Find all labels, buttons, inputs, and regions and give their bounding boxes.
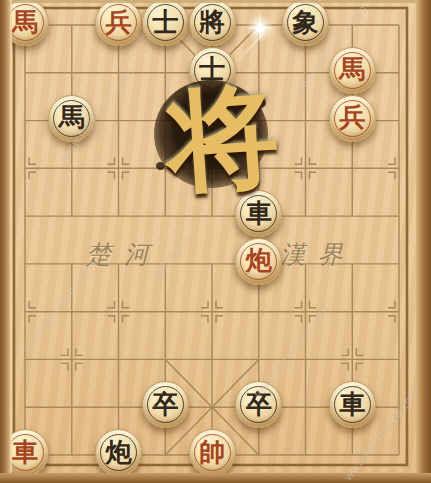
piece-black-cannon[interactable]: 炮: [95, 429, 142, 476]
piece-black-advisor[interactable]: 士: [189, 47, 236, 94]
piece-glyph: 將: [199, 9, 225, 35]
piece-glyph: 象: [293, 9, 319, 35]
piece-ring: [334, 100, 371, 137]
piece-ring: [7, 4, 44, 41]
piece-glyph: 車: [12, 439, 38, 465]
piece-ring: [100, 434, 137, 471]
piece-glyph: 卒: [246, 391, 272, 417]
piece-glyph: 帥: [199, 439, 225, 465]
piece-ring: [287, 4, 324, 41]
piece-glyph: 士: [152, 9, 178, 35]
piece-black-general[interactable]: 將: [189, 0, 236, 46]
piece-ring: [240, 243, 277, 280]
piece-ring: [334, 386, 371, 423]
piece-glyph: 兵: [339, 104, 365, 130]
piece-glyph: 馬: [59, 104, 85, 130]
piece-ring: [194, 4, 231, 41]
piece-glyph: 車: [339, 391, 365, 417]
piece-ring: [7, 434, 44, 471]
piece-glyph: 兵: [106, 9, 132, 35]
piece-red-pawn[interactable]: 兵: [329, 95, 376, 142]
river-label-han-jie: 漢界: [280, 238, 356, 271]
piece-black-elephant[interactable]: 象: [282, 0, 329, 46]
piece-ring: [147, 4, 184, 41]
piece-red-horse[interactable]: 馬: [2, 0, 49, 46]
piece-ring: [147, 386, 184, 423]
piece-black-horse[interactable]: 馬: [48, 95, 95, 142]
piece-ring: [240, 195, 277, 232]
piece-red-chariot[interactable]: 車: [2, 429, 49, 476]
river-label-chu-he: 楚河: [86, 238, 162, 271]
piece-glyph: 車: [246, 200, 272, 226]
piece-glyph: 炮: [106, 439, 132, 465]
piece-ring: [194, 52, 231, 89]
piece-glyph: 馬: [339, 56, 365, 82]
piece-glyph: 士: [199, 56, 225, 82]
piece-glyph: 卒: [152, 391, 178, 417]
piece-black-chariot[interactable]: 車: [329, 381, 376, 428]
piece-black-advisor[interactable]: 士: [142, 0, 189, 46]
piece-red-general[interactable]: 帥: [189, 429, 236, 476]
piece-red-horse[interactable]: 馬: [329, 47, 376, 94]
piece-ring: [334, 52, 371, 89]
piece-black-pawn[interactable]: 卒: [142, 381, 189, 428]
piece-red-pawn[interactable]: 兵: [95, 0, 142, 46]
piece-ring: [100, 4, 137, 41]
piece-glyph: 馬: [12, 9, 38, 35]
piece-ring: [240, 386, 277, 423]
piece-ring: [53, 100, 90, 137]
piece-ring: [194, 434, 231, 471]
piece-glyph: 炮: [246, 247, 272, 273]
xiangqi-board-screen: 楚河 漢界 馬兵士將象士馬馬兵車炮卒卒車車炮帥 将 www.hackhome.c…: [0, 0, 431, 483]
piece-red-cannon[interactable]: 炮: [235, 238, 282, 285]
